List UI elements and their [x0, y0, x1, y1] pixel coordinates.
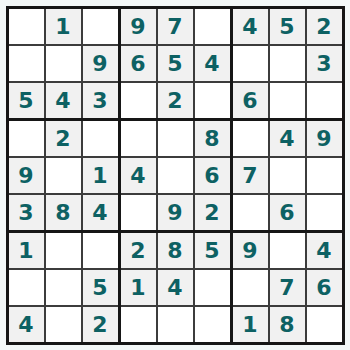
cell-r4c8[interactable]: 4	[270, 121, 305, 156]
cell-r3c9[interactable]	[307, 83, 342, 118]
cell-r7c5[interactable]: 8	[158, 233, 193, 268]
cell-r8c9[interactable]: 6	[307, 270, 342, 305]
cell-r9c9[interactable]	[307, 307, 342, 342]
cell-r8c5[interactable]: 4	[158, 270, 193, 305]
cell-r2c2[interactable]	[46, 46, 81, 81]
cell-r8c4[interactable]: 1	[121, 270, 156, 305]
cell-r4c7[interactable]	[233, 121, 268, 156]
cell-r1c4[interactable]: 9	[121, 9, 156, 44]
block-r3c1: 1542	[9, 233, 118, 342]
cell-r4c9[interactable]: 9	[307, 121, 342, 156]
cell-r9c4[interactable]	[121, 307, 156, 342]
cell-r3c7[interactable]: 6	[233, 83, 268, 118]
cell-r4c1[interactable]	[9, 121, 44, 156]
cell-r9c5[interactable]	[158, 307, 193, 342]
cell-r7c6[interactable]: 5	[195, 233, 230, 268]
cell-r8c8[interactable]: 7	[270, 270, 305, 305]
block-r3c2: 28514	[121, 233, 230, 342]
cell-r7c8[interactable]	[270, 233, 305, 268]
cell-r2c6[interactable]: 4	[195, 46, 230, 81]
cell-r1c3[interactable]	[83, 9, 118, 44]
cell-r6c2[interactable]: 8	[46, 195, 81, 230]
cell-r8c1[interactable]	[9, 270, 44, 305]
block-r2c3: 4976	[233, 121, 342, 230]
cell-r6c4[interactable]	[121, 195, 156, 230]
cell-r1c9[interactable]: 2	[307, 9, 342, 44]
cell-r2c8[interactable]	[270, 46, 305, 81]
cell-r5c3[interactable]: 1	[83, 158, 118, 193]
cell-r7c1[interactable]: 1	[9, 233, 44, 268]
cell-r5c2[interactable]	[46, 158, 81, 193]
sudoku-board: 1954397654245236291384846924976154228514…	[6, 6, 345, 345]
block-r2c2: 84692	[121, 121, 230, 230]
cell-r3c8[interactable]	[270, 83, 305, 118]
cell-r4c5[interactable]	[158, 121, 193, 156]
cell-r8c3[interactable]: 5	[83, 270, 118, 305]
cell-r6c8[interactable]: 6	[270, 195, 305, 230]
cell-r1c2[interactable]: 1	[46, 9, 81, 44]
cell-r5c5[interactable]	[158, 158, 193, 193]
cell-r1c6[interactable]	[195, 9, 230, 44]
cell-r6c5[interactable]: 9	[158, 195, 193, 230]
cell-r6c7[interactable]	[233, 195, 268, 230]
cell-r1c1[interactable]	[9, 9, 44, 44]
cell-r9c2[interactable]	[46, 307, 81, 342]
cell-r9c3[interactable]: 2	[83, 307, 118, 342]
cell-r2c1[interactable]	[9, 46, 44, 81]
block-r1c2: 976542	[121, 9, 230, 118]
block-r3c3: 947618	[233, 233, 342, 342]
cell-r2c7[interactable]	[233, 46, 268, 81]
cell-r3c6[interactable]	[195, 83, 230, 118]
cell-r3c5[interactable]: 2	[158, 83, 193, 118]
cell-r1c5[interactable]: 7	[158, 9, 193, 44]
cell-r6c9[interactable]	[307, 195, 342, 230]
cell-r5c7[interactable]: 7	[233, 158, 268, 193]
cell-r7c2[interactable]	[46, 233, 81, 268]
block-r2c1: 291384	[9, 121, 118, 230]
cell-r9c1[interactable]: 4	[9, 307, 44, 342]
cell-r7c9[interactable]: 4	[307, 233, 342, 268]
cell-r7c4[interactable]: 2	[121, 233, 156, 268]
sudoku-page: 1954397654245236291384846924976154228514…	[0, 0, 350, 350]
cell-r1c7[interactable]: 4	[233, 9, 268, 44]
cell-r7c3[interactable]	[83, 233, 118, 268]
block-r1c1: 19543	[9, 9, 118, 118]
cell-r4c4[interactable]	[121, 121, 156, 156]
cell-r5c6[interactable]: 6	[195, 158, 230, 193]
cell-r9c7[interactable]: 1	[233, 307, 268, 342]
block-r1c3: 45236	[233, 9, 342, 118]
cell-r3c2[interactable]: 4	[46, 83, 81, 118]
cell-r6c3[interactable]: 4	[83, 195, 118, 230]
cell-r5c4[interactable]: 4	[121, 158, 156, 193]
cell-r5c1[interactable]: 9	[9, 158, 44, 193]
cell-r6c6[interactable]: 2	[195, 195, 230, 230]
cell-r8c2[interactable]	[46, 270, 81, 305]
cell-r3c1[interactable]: 5	[9, 83, 44, 118]
cell-r9c8[interactable]: 8	[270, 307, 305, 342]
cell-r2c3[interactable]: 9	[83, 46, 118, 81]
cell-r7c7[interactable]: 9	[233, 233, 268, 268]
cell-r5c8[interactable]	[270, 158, 305, 193]
cell-r2c5[interactable]: 5	[158, 46, 193, 81]
cell-r4c2[interactable]: 2	[46, 121, 81, 156]
cell-r8c6[interactable]	[195, 270, 230, 305]
cell-r9c6[interactable]	[195, 307, 230, 342]
cell-r1c8[interactable]: 5	[270, 9, 305, 44]
cell-r2c9[interactable]: 3	[307, 46, 342, 81]
cell-r6c1[interactable]: 3	[9, 195, 44, 230]
cell-r3c4[interactable]	[121, 83, 156, 118]
cell-r4c3[interactable]	[83, 121, 118, 156]
cell-r4c6[interactable]: 8	[195, 121, 230, 156]
cell-r5c9[interactable]	[307, 158, 342, 193]
cell-r2c4[interactable]: 6	[121, 46, 156, 81]
cell-r3c3[interactable]: 3	[83, 83, 118, 118]
cell-r8c7[interactable]	[233, 270, 268, 305]
